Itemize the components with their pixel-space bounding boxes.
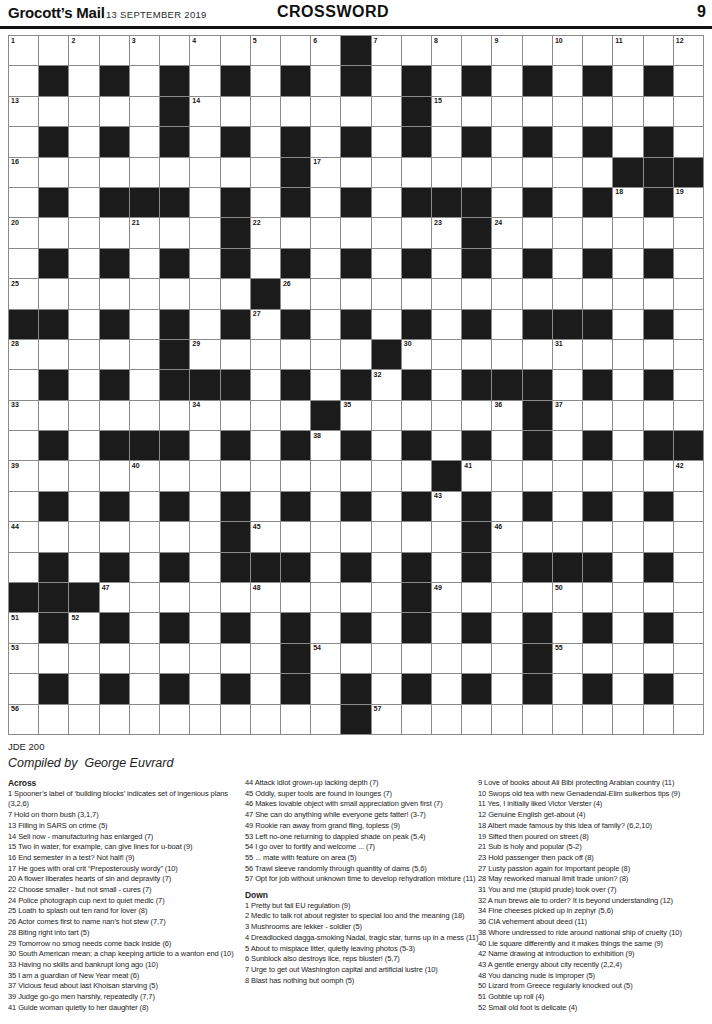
cell-r7c14[interactable] <box>402 218 431 247</box>
cell-r16c9[interactable] <box>251 492 280 521</box>
cell-r21c4[interactable] <box>100 644 129 673</box>
cell-r19c12[interactable] <box>341 583 370 612</box>
cell-r19c4[interactable]: 47 <box>100 583 129 612</box>
cell-r11c15[interactable] <box>432 340 461 369</box>
cell-r17c7[interactable] <box>190 522 219 551</box>
cell-r9c8[interactable] <box>221 279 250 308</box>
cell-r7c10[interactable] <box>281 218 310 247</box>
cell-r19c9[interactable]: 48 <box>251 583 280 612</box>
cell-r4c5[interactable] <box>130 127 159 156</box>
cell-r21c20[interactable] <box>583 644 612 673</box>
cell-r12c5[interactable] <box>130 370 159 399</box>
cell-r7c4[interactable] <box>100 218 129 247</box>
cell-r9c12[interactable] <box>341 279 370 308</box>
cell-r11c23[interactable] <box>674 340 703 369</box>
cell-r3c20[interactable] <box>583 97 612 126</box>
cell-r8c23[interactable] <box>674 249 703 278</box>
cell-r19c5[interactable] <box>130 583 159 612</box>
cell-r23c18[interactable] <box>523 705 552 734</box>
cell-r9c2[interactable] <box>39 279 68 308</box>
cell-r23c13[interactable]: 57 <box>372 705 401 734</box>
cell-r9c16[interactable] <box>462 279 491 308</box>
cell-r12c9[interactable] <box>251 370 280 399</box>
cell-r3c22[interactable] <box>644 97 673 126</box>
cell-r18c3[interactable] <box>69 553 98 582</box>
cell-r1c7[interactable]: 4 <box>190 36 219 65</box>
cell-r3c13[interactable] <box>372 97 401 126</box>
cell-r20c19[interactable] <box>553 613 582 642</box>
cell-r1c2[interactable] <box>39 36 68 65</box>
cell-r18c23[interactable] <box>674 553 703 582</box>
cell-r11c1[interactable]: 28 <box>9 340 38 369</box>
cell-r8c21[interactable] <box>613 249 642 278</box>
cell-r3c4[interactable] <box>100 97 129 126</box>
cell-r8c7[interactable] <box>190 249 219 278</box>
cell-r11c10[interactable] <box>281 340 310 369</box>
cell-r22c9[interactable] <box>251 674 280 703</box>
cell-r16c21[interactable] <box>613 492 642 521</box>
cell-r9c5[interactable] <box>130 279 159 308</box>
cell-r18c15[interactable] <box>432 553 461 582</box>
cell-r17c10[interactable] <box>281 522 310 551</box>
cell-r6c3[interactable] <box>69 188 98 217</box>
cell-r7c11[interactable] <box>311 218 340 247</box>
cell-r5c8[interactable] <box>221 158 250 187</box>
cell-r19c20[interactable] <box>583 583 612 612</box>
cell-r17c3[interactable] <box>69 522 98 551</box>
cell-r21c15[interactable] <box>432 644 461 673</box>
cell-r13c17[interactable]: 36 <box>492 401 521 430</box>
cell-r21c8[interactable] <box>221 644 250 673</box>
cell-r2c1[interactable] <box>9 66 38 95</box>
cell-r11c8[interactable] <box>221 340 250 369</box>
cell-r13c7[interactable]: 34 <box>190 401 219 430</box>
cell-r9c11[interactable] <box>311 279 340 308</box>
cell-r14c9[interactable] <box>251 431 280 460</box>
cell-r3c2[interactable] <box>39 97 68 126</box>
cell-r20c3[interactable]: 52 <box>69 613 98 642</box>
cell-r9c20[interactable] <box>583 279 612 308</box>
cell-r9c21[interactable] <box>613 279 642 308</box>
cell-r12c1[interactable] <box>9 370 38 399</box>
cell-r3c1[interactable]: 13 <box>9 97 38 126</box>
cell-r19c10[interactable] <box>281 583 310 612</box>
cell-r11c4[interactable] <box>100 340 129 369</box>
cell-r11c5[interactable] <box>130 340 159 369</box>
cell-r17c4[interactable] <box>100 522 129 551</box>
cell-r23c11[interactable] <box>311 705 340 734</box>
cell-r9c6[interactable] <box>160 279 189 308</box>
cell-r6c21[interactable]: 18 <box>613 188 642 217</box>
cell-r15c10[interactable] <box>281 461 310 490</box>
cell-r5c2[interactable] <box>39 158 68 187</box>
cell-r3c7[interactable]: 14 <box>190 97 219 126</box>
cell-r23c3[interactable] <box>69 705 98 734</box>
cell-r22c1[interactable] <box>9 674 38 703</box>
cell-r5c5[interactable] <box>130 158 159 187</box>
cell-r6c11[interactable] <box>311 188 340 217</box>
cell-r11c18[interactable] <box>523 340 552 369</box>
cell-r5c12[interactable] <box>341 158 370 187</box>
cell-r23c6[interactable] <box>160 705 189 734</box>
cell-r9c14[interactable] <box>402 279 431 308</box>
cell-r4c1[interactable] <box>9 127 38 156</box>
cell-r17c1[interactable]: 44 <box>9 522 38 551</box>
cell-r15c14[interactable] <box>402 461 431 490</box>
cell-r14c3[interactable] <box>69 431 98 460</box>
cell-r17c9[interactable]: 45 <box>251 522 280 551</box>
cell-r19c23[interactable] <box>674 583 703 612</box>
cell-r2c3[interactable] <box>69 66 98 95</box>
cell-r21c23[interactable] <box>674 644 703 673</box>
cell-r16c13[interactable] <box>372 492 401 521</box>
cell-r8c13[interactable] <box>372 249 401 278</box>
cell-r17c2[interactable] <box>39 522 68 551</box>
cell-r22c23[interactable] <box>674 674 703 703</box>
cell-r19c21[interactable] <box>613 583 642 612</box>
cell-r18c13[interactable] <box>372 553 401 582</box>
cell-r15c12[interactable] <box>341 461 370 490</box>
cell-r1c5[interactable]: 3 <box>130 36 159 65</box>
cell-r4c9[interactable] <box>251 127 280 156</box>
cell-r4c19[interactable] <box>553 127 582 156</box>
cell-r9c22[interactable] <box>644 279 673 308</box>
cell-r10c17[interactable] <box>492 310 521 339</box>
cell-r23c21[interactable] <box>613 705 642 734</box>
cell-r11c7[interactable]: 29 <box>190 340 219 369</box>
cell-r21c1[interactable]: 53 <box>9 644 38 673</box>
cell-r1c14[interactable] <box>402 36 431 65</box>
cell-r17c11[interactable] <box>311 522 340 551</box>
cell-r3c15[interactable]: 15 <box>432 97 461 126</box>
cell-r23c16[interactable] <box>462 705 491 734</box>
cell-r17c5[interactable] <box>130 522 159 551</box>
cell-r9c4[interactable] <box>100 279 129 308</box>
cell-r22c19[interactable] <box>553 674 582 703</box>
cell-r19c19[interactable]: 50 <box>553 583 582 612</box>
cell-r2c17[interactable] <box>492 66 521 95</box>
cell-r7c19[interactable] <box>553 218 582 247</box>
cell-r23c2[interactable] <box>39 705 68 734</box>
cell-r1c20[interactable] <box>583 36 612 65</box>
cell-r2c19[interactable] <box>553 66 582 95</box>
cell-r6c9[interactable] <box>251 188 280 217</box>
cell-r17c12[interactable] <box>341 522 370 551</box>
cell-r13c8[interactable] <box>221 401 250 430</box>
cell-r20c13[interactable] <box>372 613 401 642</box>
cell-r1c16[interactable] <box>462 36 491 65</box>
cell-r8c3[interactable] <box>69 249 98 278</box>
cell-r19c8[interactable] <box>221 583 250 612</box>
cell-r10c15[interactable] <box>432 310 461 339</box>
cell-r7c20[interactable] <box>583 218 612 247</box>
cell-r12c11[interactable] <box>311 370 340 399</box>
cell-r9c3[interactable] <box>69 279 98 308</box>
cell-r14c1[interactable] <box>9 431 38 460</box>
cell-r4c3[interactable] <box>69 127 98 156</box>
cell-r21c17[interactable] <box>492 644 521 673</box>
cell-r17c17[interactable]: 46 <box>492 522 521 551</box>
cell-r5c3[interactable] <box>69 158 98 187</box>
cell-r13c14[interactable] <box>402 401 431 430</box>
cell-r3c17[interactable] <box>492 97 521 126</box>
cell-r11c22[interactable] <box>644 340 673 369</box>
cell-r1c6[interactable] <box>160 36 189 65</box>
cell-r7c21[interactable] <box>613 218 642 247</box>
cell-r11c17[interactable] <box>492 340 521 369</box>
cell-r16c3[interactable] <box>69 492 98 521</box>
cell-r13c20[interactable] <box>583 401 612 430</box>
cell-r15c7[interactable] <box>190 461 219 490</box>
cell-r4c15[interactable] <box>432 127 461 156</box>
cell-r19c11[interactable] <box>311 583 340 612</box>
cell-r9c15[interactable] <box>432 279 461 308</box>
cell-r23c7[interactable] <box>190 705 219 734</box>
cell-r4c17[interactable] <box>492 127 521 156</box>
cell-r10c11[interactable] <box>311 310 340 339</box>
cell-r17c21[interactable] <box>613 522 642 551</box>
cell-r7c12[interactable] <box>341 218 370 247</box>
cell-r8c5[interactable] <box>130 249 159 278</box>
cell-r14c11[interactable]: 38 <box>311 431 340 460</box>
cell-r1c19[interactable]: 10 <box>553 36 582 65</box>
cell-r11c19[interactable]: 31 <box>553 340 582 369</box>
cell-r20c21[interactable] <box>613 613 642 642</box>
cell-r7c9[interactable]: 22 <box>251 218 280 247</box>
cell-r1c8[interactable] <box>221 36 250 65</box>
cell-r3c8[interactable] <box>221 97 250 126</box>
cell-r14c15[interactable] <box>432 431 461 460</box>
cell-r7c23[interactable] <box>674 218 703 247</box>
cell-r21c16[interactable] <box>462 644 491 673</box>
cell-r3c18[interactable] <box>523 97 552 126</box>
cell-r18c1[interactable] <box>9 553 38 582</box>
cell-r12c21[interactable] <box>613 370 642 399</box>
cell-r22c7[interactable] <box>190 674 219 703</box>
cell-r17c14[interactable] <box>402 522 431 551</box>
cell-r5c7[interactable] <box>190 158 219 187</box>
cell-r1c10[interactable] <box>281 36 310 65</box>
cell-r15c21[interactable] <box>613 461 642 490</box>
cell-r18c7[interactable] <box>190 553 219 582</box>
cell-r7c1[interactable]: 20 <box>9 218 38 247</box>
cell-r21c5[interactable] <box>130 644 159 673</box>
cell-r11c14[interactable]: 30 <box>402 340 431 369</box>
cell-r23c15[interactable] <box>432 705 461 734</box>
cell-r14c21[interactable] <box>613 431 642 460</box>
cell-r11c21[interactable] <box>613 340 642 369</box>
cell-r15c22[interactable] <box>644 461 673 490</box>
cell-r21c2[interactable] <box>39 644 68 673</box>
cell-r3c23[interactable] <box>674 97 703 126</box>
cell-r8c19[interactable] <box>553 249 582 278</box>
cell-r13c15[interactable] <box>432 401 461 430</box>
cell-r3c9[interactable] <box>251 97 280 126</box>
cell-r17c19[interactable] <box>553 522 582 551</box>
cell-r23c9[interactable] <box>251 705 280 734</box>
cell-r21c7[interactable] <box>190 644 219 673</box>
cell-r5c17[interactable] <box>492 158 521 187</box>
cell-r19c18[interactable] <box>523 583 552 612</box>
cell-r23c20[interactable] <box>583 705 612 734</box>
cell-r9c10[interactable]: 26 <box>281 279 310 308</box>
cell-r15c3[interactable] <box>69 461 98 490</box>
cell-r2c21[interactable] <box>613 66 642 95</box>
cell-r23c1[interactable]: 56 <box>9 705 38 734</box>
cell-r13c2[interactable] <box>39 401 68 430</box>
cell-r7c15[interactable]: 23 <box>432 218 461 247</box>
cell-r3c10[interactable] <box>281 97 310 126</box>
cell-r7c6[interactable] <box>160 218 189 247</box>
cell-r7c2[interactable] <box>39 218 68 247</box>
cell-r18c21[interactable] <box>613 553 642 582</box>
cell-r9c19[interactable] <box>553 279 582 308</box>
cell-r13c9[interactable] <box>251 401 280 430</box>
cell-r23c4[interactable] <box>100 705 129 734</box>
cell-r10c9[interactable]: 27 <box>251 310 280 339</box>
cell-r10c7[interactable] <box>190 310 219 339</box>
cell-r14c13[interactable] <box>372 431 401 460</box>
cell-r2c5[interactable] <box>130 66 159 95</box>
cell-r23c22[interactable] <box>644 705 673 734</box>
cell-r15c6[interactable] <box>160 461 189 490</box>
cell-r22c13[interactable] <box>372 674 401 703</box>
cell-r20c23[interactable] <box>674 613 703 642</box>
cell-r8c17[interactable] <box>492 249 521 278</box>
cell-r5c13[interactable] <box>372 158 401 187</box>
cell-r2c13[interactable] <box>372 66 401 95</box>
cell-r1c1[interactable]: 1 <box>9 36 38 65</box>
cell-r16c5[interactable] <box>130 492 159 521</box>
cell-r16c17[interactable] <box>492 492 521 521</box>
cell-r19c22[interactable] <box>644 583 673 612</box>
cell-r23c10[interactable] <box>281 705 310 734</box>
cell-r1c3[interactable]: 2 <box>69 36 98 65</box>
cell-r6c1[interactable] <box>9 188 38 217</box>
cell-r15c9[interactable] <box>251 461 280 490</box>
cell-r20c11[interactable] <box>311 613 340 642</box>
cell-r12c15[interactable] <box>432 370 461 399</box>
cell-r10c3[interactable] <box>69 310 98 339</box>
cell-r15c8[interactable] <box>221 461 250 490</box>
cell-r7c22[interactable] <box>644 218 673 247</box>
cell-r19c17[interactable] <box>492 583 521 612</box>
cell-r9c18[interactable] <box>523 279 552 308</box>
cell-r9c23[interactable] <box>674 279 703 308</box>
cell-r15c11[interactable] <box>311 461 340 490</box>
cell-r2c11[interactable] <box>311 66 340 95</box>
cell-r18c5[interactable] <box>130 553 159 582</box>
cell-r23c8[interactable] <box>221 705 250 734</box>
cell-r7c18[interactable] <box>523 218 552 247</box>
cell-r15c19[interactable] <box>553 461 582 490</box>
cell-r8c1[interactable] <box>9 249 38 278</box>
cell-r13c5[interactable] <box>130 401 159 430</box>
cell-r3c3[interactable] <box>69 97 98 126</box>
cell-r19c6[interactable] <box>160 583 189 612</box>
cell-r15c18[interactable] <box>523 461 552 490</box>
cell-r15c23[interactable]: 42 <box>674 461 703 490</box>
cell-r5c16[interactable] <box>462 158 491 187</box>
cell-r4c13[interactable] <box>372 127 401 156</box>
cell-r20c17[interactable] <box>492 613 521 642</box>
cell-r1c23[interactable]: 12 <box>674 36 703 65</box>
cell-r1c11[interactable]: 6 <box>311 36 340 65</box>
cell-r13c19[interactable]: 37 <box>553 401 582 430</box>
cell-r21c6[interactable] <box>160 644 189 673</box>
cell-r11c2[interactable] <box>39 340 68 369</box>
cell-r6c23[interactable]: 19 <box>674 188 703 217</box>
cell-r6c7[interactable] <box>190 188 219 217</box>
cell-r19c7[interactable] <box>190 583 219 612</box>
cell-r21c11[interactable]: 54 <box>311 644 340 673</box>
cell-r23c14[interactable] <box>402 705 431 734</box>
cell-r5c6[interactable] <box>160 158 189 187</box>
cell-r11c16[interactable] <box>462 340 491 369</box>
cell-r22c5[interactable] <box>130 674 159 703</box>
cell-r2c23[interactable] <box>674 66 703 95</box>
cell-r13c4[interactable] <box>100 401 129 430</box>
cell-r12c3[interactable] <box>69 370 98 399</box>
cell-r3c5[interactable] <box>130 97 159 126</box>
cell-r5c14[interactable] <box>402 158 431 187</box>
cell-r14c17[interactable] <box>492 431 521 460</box>
cell-r11c11[interactable] <box>311 340 340 369</box>
cell-r3c19[interactable] <box>553 97 582 126</box>
cell-r23c23[interactable] <box>674 705 703 734</box>
cell-r22c21[interactable] <box>613 674 642 703</box>
cell-r16c19[interactable] <box>553 492 582 521</box>
cell-r17c18[interactable] <box>523 522 552 551</box>
cell-r5c9[interactable] <box>251 158 280 187</box>
cell-r21c9[interactable] <box>251 644 280 673</box>
cell-r22c17[interactable] <box>492 674 521 703</box>
cell-r15c1[interactable]: 39 <box>9 461 38 490</box>
cell-r14c7[interactable] <box>190 431 219 460</box>
cell-r13c10[interactable] <box>281 401 310 430</box>
cell-r3c16[interactable] <box>462 97 491 126</box>
cell-r9c1[interactable]: 25 <box>9 279 38 308</box>
cell-r3c11[interactable] <box>311 97 340 126</box>
cell-r1c13[interactable]: 7 <box>372 36 401 65</box>
cell-r15c2[interactable] <box>39 461 68 490</box>
cell-r18c17[interactable] <box>492 553 521 582</box>
cell-r13c13[interactable] <box>372 401 401 430</box>
cell-r13c6[interactable] <box>160 401 189 430</box>
cell-r21c19[interactable]: 55 <box>553 644 582 673</box>
cell-r7c13[interactable] <box>372 218 401 247</box>
cell-r1c17[interactable]: 9 <box>492 36 521 65</box>
cell-r16c1[interactable] <box>9 492 38 521</box>
cell-r17c6[interactable] <box>160 522 189 551</box>
cell-r11c9[interactable] <box>251 340 280 369</box>
cell-r1c4[interactable] <box>100 36 129 65</box>
cell-r6c17[interactable] <box>492 188 521 217</box>
cell-r7c17[interactable]: 24 <box>492 218 521 247</box>
cell-r20c7[interactable] <box>190 613 219 642</box>
cell-r21c22[interactable] <box>644 644 673 673</box>
cell-r9c13[interactable] <box>372 279 401 308</box>
cell-r2c15[interactable] <box>432 66 461 95</box>
cell-r3c12[interactable] <box>341 97 370 126</box>
cell-r13c21[interactable] <box>613 401 642 430</box>
cell-r15c4[interactable] <box>100 461 129 490</box>
cell-r5c1[interactable]: 16 <box>9 158 38 187</box>
cell-r1c18[interactable] <box>523 36 552 65</box>
cell-r1c15[interactable]: 8 <box>432 36 461 65</box>
cell-r8c11[interactable] <box>311 249 340 278</box>
cell-r18c11[interactable] <box>311 553 340 582</box>
